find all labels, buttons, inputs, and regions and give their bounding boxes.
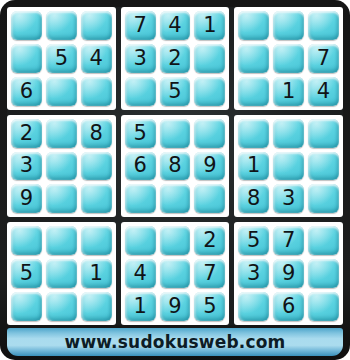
cell-r7c5[interactable] (160, 226, 191, 255)
cell-r1c7[interactable] (238, 11, 269, 40)
cell-r6c6[interactable] (194, 184, 225, 213)
cell-r6c8[interactable]: 3 (273, 184, 304, 213)
cell-r5c5[interactable]: 8 (160, 152, 191, 181)
cell-r2c2[interactable]: 5 (46, 44, 77, 73)
cell-r1c3[interactable] (81, 11, 112, 40)
block-4: 2839 (7, 115, 116, 218)
cell-r1c4[interactable]: 7 (125, 11, 156, 40)
cell-r3c7[interactable] (238, 77, 269, 106)
cell-r6c3[interactable] (81, 184, 112, 213)
cell-r5c8[interactable] (273, 152, 304, 181)
cell-r6c5[interactable] (160, 184, 191, 213)
cell-r3c5[interactable]: 5 (160, 77, 191, 106)
cell-r9c1[interactable] (11, 292, 42, 321)
cell-r3c2[interactable] (46, 77, 77, 106)
cell-r4c9[interactable] (308, 119, 339, 148)
cell-r9c2[interactable] (46, 292, 77, 321)
cell-r3c6[interactable] (194, 77, 225, 106)
cell-r8c5[interactable] (160, 259, 191, 288)
block-3: 714 (234, 7, 343, 110)
cell-r8c6[interactable]: 7 (194, 259, 225, 288)
cell-r8c1[interactable]: 5 (11, 259, 42, 288)
cell-r3c4[interactable] (125, 77, 156, 106)
cell-r7c8[interactable]: 7 (273, 226, 304, 255)
puzzle-frame: 546741325714283956891835124719557396 www… (0, 0, 350, 360)
cell-r3c9[interactable]: 4 (308, 77, 339, 106)
cell-r7c3[interactable] (81, 226, 112, 255)
cell-r4c7[interactable] (238, 119, 269, 148)
block-6: 183 (234, 115, 343, 218)
cell-r9c6[interactable]: 5 (194, 292, 225, 321)
cell-r1c1[interactable] (11, 11, 42, 40)
cell-r9c9[interactable] (308, 292, 339, 321)
cell-r4c8[interactable] (273, 119, 304, 148)
cell-r4c4[interactable]: 5 (125, 119, 156, 148)
cell-r6c9[interactable] (308, 184, 339, 213)
cell-r2c4[interactable]: 3 (125, 44, 156, 73)
cell-r4c3[interactable]: 8 (81, 119, 112, 148)
cell-r2c1[interactable] (11, 44, 42, 73)
cell-r9c7[interactable] (238, 292, 269, 321)
cell-r3c3[interactable] (81, 77, 112, 106)
cell-r4c1[interactable]: 2 (11, 119, 42, 148)
sudoku-board: 546741325714283956891835124719557396 (7, 7, 343, 325)
cell-r4c6[interactable] (194, 119, 225, 148)
cell-r9c5[interactable]: 9 (160, 292, 191, 321)
block-2: 741325 (121, 7, 230, 110)
cell-r5c6[interactable]: 9 (194, 152, 225, 181)
cell-r1c5[interactable]: 4 (160, 11, 191, 40)
cell-r5c1[interactable]: 3 (11, 152, 42, 181)
cell-r8c4[interactable]: 4 (125, 259, 156, 288)
cell-r2c3[interactable]: 4 (81, 44, 112, 73)
block-7: 51 (7, 222, 116, 325)
cell-r5c4[interactable]: 6 (125, 152, 156, 181)
cell-r2c7[interactable] (238, 44, 269, 73)
cell-r8c2[interactable] (46, 259, 77, 288)
cell-r7c1[interactable] (11, 226, 42, 255)
block-8: 247195 (121, 222, 230, 325)
site-link[interactable]: www.sudokusweb.com (64, 332, 285, 352)
cell-r5c7[interactable]: 1 (238, 152, 269, 181)
cell-r2c9[interactable]: 7 (308, 44, 339, 73)
cell-r9c3[interactable] (81, 292, 112, 321)
cell-r3c8[interactable]: 1 (273, 77, 304, 106)
cell-r8c7[interactable]: 3 (238, 259, 269, 288)
cell-r7c2[interactable] (46, 226, 77, 255)
cell-r9c8[interactable]: 6 (273, 292, 304, 321)
block-5: 5689 (121, 115, 230, 218)
cell-r1c9[interactable] (308, 11, 339, 40)
cell-r7c6[interactable]: 2 (194, 226, 225, 255)
cell-r5c2[interactable] (46, 152, 77, 181)
cell-r6c2[interactable] (46, 184, 77, 213)
cell-r8c9[interactable] (308, 259, 339, 288)
cell-r1c2[interactable] (46, 11, 77, 40)
cell-r7c4[interactable] (125, 226, 156, 255)
cell-r4c5[interactable] (160, 119, 191, 148)
cell-r2c8[interactable] (273, 44, 304, 73)
cell-r6c7[interactable]: 8 (238, 184, 269, 213)
cell-r5c9[interactable] (308, 152, 339, 181)
cell-r3c1[interactable]: 6 (11, 77, 42, 106)
cell-r9c4[interactable]: 1 (125, 292, 156, 321)
cell-r6c1[interactable]: 9 (11, 184, 42, 213)
cell-r8c3[interactable]: 1 (81, 259, 112, 288)
cell-r7c9[interactable] (308, 226, 339, 255)
cell-r6c4[interactable] (125, 184, 156, 213)
cell-r1c8[interactable] (273, 11, 304, 40)
cell-r8c8[interactable]: 9 (273, 259, 304, 288)
cell-r2c5[interactable]: 2 (160, 44, 191, 73)
cell-r4c2[interactable] (46, 119, 77, 148)
block-9: 57396 (234, 222, 343, 325)
cell-r5c3[interactable] (81, 152, 112, 181)
cell-r1c6[interactable]: 1 (194, 11, 225, 40)
block-1: 546 (7, 7, 116, 110)
footer-band: www.sudokusweb.com (7, 328, 343, 356)
cell-r2c6[interactable] (194, 44, 225, 73)
cell-r7c7[interactable]: 5 (238, 226, 269, 255)
